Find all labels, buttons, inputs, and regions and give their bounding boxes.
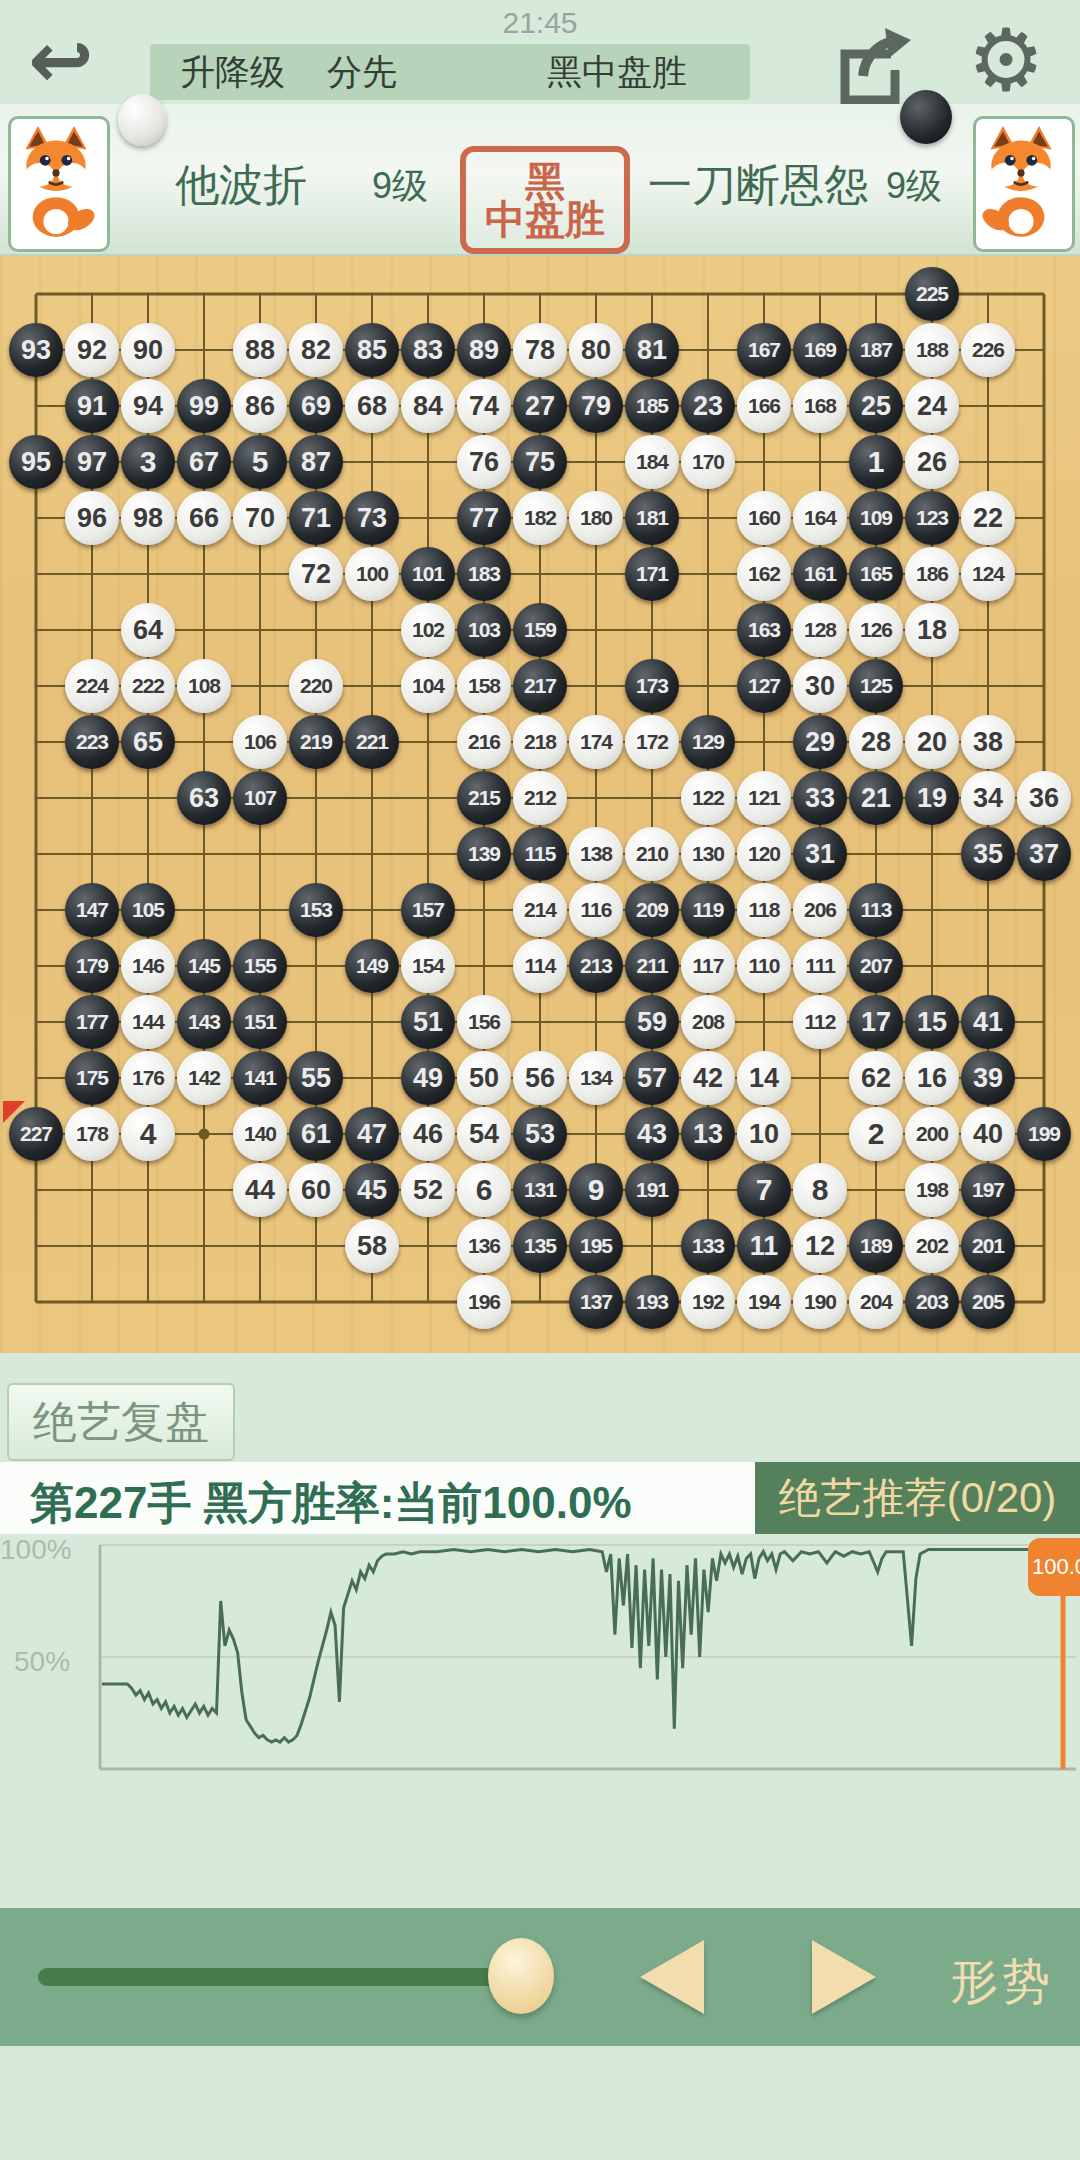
ytick-100: 100% — [0, 1534, 72, 1566]
go-stone: 4 — [121, 1107, 175, 1161]
go-stone: 100 — [345, 547, 399, 601]
result-stamp: 黑 中盘胜 — [460, 146, 630, 254]
go-stone: 11 — [737, 1219, 791, 1273]
go-stone: 195 — [569, 1219, 623, 1273]
go-stone: 156 — [457, 995, 511, 1049]
go-stone: 167 — [737, 323, 791, 377]
go-stone: 28 — [849, 715, 903, 769]
go-stone: 50 — [457, 1051, 511, 1105]
go-stone: 56 — [513, 1051, 567, 1105]
go-stone: 216 — [457, 715, 511, 769]
go-stone: 137 — [569, 1275, 623, 1329]
move-slider-track[interactable] — [38, 1968, 505, 1986]
game-info-strip: 升降级 分先 黑中盘胜 — [150, 44, 750, 100]
go-stone: 105 — [121, 883, 175, 937]
go-stone: 134 — [569, 1051, 623, 1105]
go-stone: 13 — [681, 1107, 735, 1161]
go-stone: 185 — [625, 379, 679, 433]
go-stone: 52 — [401, 1163, 455, 1217]
black-side-stone-icon — [900, 90, 952, 144]
go-stone: 63 — [177, 771, 231, 825]
back-arrow-icon: ↩ — [28, 16, 93, 104]
go-stone: 183 — [457, 547, 511, 601]
go-stone: 14 — [737, 1051, 791, 1105]
go-stone: 55 — [289, 1051, 343, 1105]
go-stone: 83 — [401, 323, 455, 377]
go-stone: 69 — [289, 379, 343, 433]
go-stone: 79 — [569, 379, 623, 433]
go-stone: 76 — [457, 435, 511, 489]
white-side-stone-icon — [118, 94, 166, 146]
go-stone: 219 — [289, 715, 343, 769]
go-stone: 59 — [625, 995, 679, 1049]
go-stone: 16 — [905, 1051, 959, 1105]
go-stone: 93 — [9, 323, 63, 377]
go-stone: 29 — [793, 715, 847, 769]
go-stone: 73 — [345, 491, 399, 545]
go-stone: 196 — [457, 1275, 511, 1329]
go-stone: 34 — [961, 771, 1015, 825]
go-stone: 223 — [65, 715, 119, 769]
go-stone: 17 — [849, 995, 903, 1049]
go-stone: 144 — [121, 995, 175, 1049]
go-stone: 155 — [233, 939, 287, 993]
go-stone: 220 — [289, 659, 343, 713]
go-stone: 176 — [121, 1051, 175, 1105]
go-stone: 182 — [513, 491, 567, 545]
black-player-rank: 9级 — [886, 162, 942, 211]
go-stone: 47 — [345, 1107, 399, 1161]
go-stone: 204 — [849, 1275, 903, 1329]
go-stone: 78 — [513, 323, 567, 377]
go-stone: 192 — [681, 1275, 735, 1329]
go-stone: 127 — [737, 659, 791, 713]
go-stone: 208 — [681, 995, 735, 1049]
go-stone: 3 — [121, 435, 175, 489]
go-stone: 124 — [961, 547, 1015, 601]
go-stone: 136 — [457, 1219, 511, 1273]
go-stone: 33 — [793, 771, 847, 825]
fox-avatar-icon — [976, 119, 1066, 243]
go-stone: 217 — [513, 659, 567, 713]
previous-move-button[interactable] — [640, 1940, 704, 2014]
go-stone: 174 — [569, 715, 623, 769]
ai-review-label: 绝艺复盘 — [33, 1393, 209, 1452]
go-stone: 57 — [625, 1051, 679, 1105]
go-stone: 8 — [793, 1163, 847, 1217]
go-stone: 212 — [513, 771, 567, 825]
ai-recommend-button[interactable]: 绝艺推荐(0/20) — [755, 1462, 1080, 1534]
go-stone: 207 — [849, 939, 903, 993]
go-stone: 43 — [625, 1107, 679, 1161]
go-stone: 151 — [233, 995, 287, 1049]
white-player-avatar[interactable] — [8, 116, 110, 252]
go-stone: 209 — [625, 883, 679, 937]
go-stone: 38 — [961, 715, 1015, 769]
go-stone: 85 — [345, 323, 399, 377]
playback-control-bar: 形势 — [0, 1908, 1080, 2046]
go-stone: 163 — [737, 603, 791, 657]
go-stone: 128 — [793, 603, 847, 657]
go-stone: 66 — [177, 491, 231, 545]
go-stone: 116 — [569, 883, 623, 937]
go-stone: 84 — [401, 379, 455, 433]
go-stone: 122 — [681, 771, 735, 825]
go-stone: 162 — [737, 547, 791, 601]
ytick-50: 50% — [14, 1646, 70, 1678]
go-stone: 131 — [513, 1163, 567, 1217]
go-stone: 190 — [793, 1275, 847, 1329]
go-stone: 54 — [457, 1107, 511, 1161]
go-stone: 72 — [289, 547, 343, 601]
next-move-button[interactable] — [812, 1940, 876, 2014]
winrate-chart: 100% 50% 100.0 — [0, 1530, 1080, 1830]
go-stone: 118 — [737, 883, 791, 937]
go-stone: 161 — [793, 547, 847, 601]
go-stone: 189 — [849, 1219, 903, 1273]
go-stone: 179 — [65, 939, 119, 993]
black-player-avatar[interactable] — [973, 116, 1075, 252]
go-stone: 213 — [569, 939, 623, 993]
go-stone: 1 — [849, 435, 903, 489]
stamp-line1: 黑 — [525, 161, 565, 201]
go-stone: 111 — [793, 939, 847, 993]
go-stone: 96 — [65, 491, 119, 545]
go-stone: 186 — [905, 547, 959, 601]
go-stone: 53 — [513, 1107, 567, 1161]
go-stone: 67 — [177, 435, 231, 489]
go-stone: 222 — [121, 659, 175, 713]
go-stone: 106 — [233, 715, 287, 769]
go-stone: 141 — [233, 1051, 287, 1105]
go-stone: 92 — [65, 323, 119, 377]
go-stone: 126 — [849, 603, 903, 657]
go-stone: 157 — [401, 883, 455, 937]
go-stone: 98 — [121, 491, 175, 545]
go-stone: 198 — [905, 1163, 959, 1217]
go-stone: 91 — [65, 379, 119, 433]
go-stone: 149 — [345, 939, 399, 993]
go-stone: 40 — [961, 1107, 1015, 1161]
go-stone: 210 — [625, 827, 679, 881]
go-stone: 143 — [177, 995, 231, 1049]
go-stone: 5 — [233, 435, 287, 489]
go-stone: 15 — [905, 995, 959, 1049]
go-stone: 135 — [513, 1219, 567, 1273]
go-stone: 71 — [289, 491, 343, 545]
go-stone: 193 — [625, 1275, 679, 1329]
go-stone: 218 — [513, 715, 567, 769]
ai-recommend-label: 绝艺推荐(0/20) — [779, 1470, 1057, 1526]
go-stone: 181 — [625, 491, 679, 545]
fox-avatar-icon — [11, 119, 101, 243]
go-stone: 215 — [457, 771, 511, 825]
go-stone: 77 — [457, 491, 511, 545]
go-stone: 125 — [849, 659, 903, 713]
go-stone: 41 — [961, 995, 1015, 1049]
go-stone: 7 — [737, 1163, 791, 1217]
go-stone: 129 — [681, 715, 735, 769]
go-stone: 139 — [457, 827, 511, 881]
result-label: 黑中盘胜 — [547, 49, 687, 96]
go-stone: 188 — [905, 323, 959, 377]
go-stone: 9 — [569, 1163, 623, 1217]
go-stone: 172 — [625, 715, 679, 769]
go-stone: 23 — [681, 379, 735, 433]
go-stone: 112 — [793, 995, 847, 1049]
go-stone: 227 — [9, 1107, 63, 1161]
go-stone: 99 — [177, 379, 231, 433]
go-stone: 75 — [513, 435, 567, 489]
app-screen: 21:45 ↩ 升降级 分先 黑中盘胜 ⚙ — [0, 0, 1080, 2160]
go-stone: 119 — [681, 883, 735, 937]
go-stone: 102 — [401, 603, 455, 657]
go-stone: 226 — [961, 323, 1015, 377]
go-stone: 178 — [65, 1107, 119, 1161]
go-stone: 225 — [905, 267, 959, 321]
last-move-marker — [3, 1101, 25, 1123]
go-stone: 31 — [793, 827, 847, 881]
go-stone: 21 — [849, 771, 903, 825]
go-stone: 46 — [401, 1107, 455, 1161]
go-stone: 81 — [625, 323, 679, 377]
go-stone: 45 — [345, 1163, 399, 1217]
go-stone: 164 — [793, 491, 847, 545]
go-stone: 109 — [849, 491, 903, 545]
match-type-label: 升降级 — [180, 49, 285, 96]
go-stone: 44 — [233, 1163, 287, 1217]
ai-review-button[interactable]: 绝艺复盘 — [7, 1383, 235, 1461]
go-stone: 142 — [177, 1051, 231, 1105]
go-stone: 25 — [849, 379, 903, 433]
go-stone: 49 — [401, 1051, 455, 1105]
go-stone: 108 — [177, 659, 231, 713]
go-stone: 169 — [793, 323, 847, 377]
back-button[interactable]: ↩ — [16, 18, 106, 102]
go-stone: 123 — [905, 491, 959, 545]
go-stone: 26 — [905, 435, 959, 489]
go-stone: 30 — [793, 659, 847, 713]
go-stone: 165 — [849, 547, 903, 601]
go-stone: 42 — [681, 1051, 735, 1105]
go-stone: 94 — [121, 379, 175, 433]
go-stone: 201 — [961, 1219, 1015, 1273]
go-stone: 166 — [737, 379, 791, 433]
go-stone: 80 — [569, 323, 623, 377]
go-stone: 20 — [905, 715, 959, 769]
go-stone: 114 — [513, 939, 567, 993]
go-stone: 12 — [793, 1219, 847, 1273]
go-stone: 107 — [233, 771, 287, 825]
go-stone: 206 — [793, 883, 847, 937]
go-stone: 146 — [121, 939, 175, 993]
go-stone: 35 — [961, 827, 1015, 881]
current-winrate-value: 100.0 — [1032, 1554, 1080, 1580]
go-stone: 171 — [625, 547, 679, 601]
go-stone: 10 — [737, 1107, 791, 1161]
go-stone: 58 — [345, 1219, 399, 1273]
share-button[interactable] — [833, 24, 913, 106]
status-bar-time: 21:45 — [0, 6, 1080, 40]
move-winrate-text: 第227手 黑方胜率:当前100.0% — [30, 1474, 632, 1533]
go-stone: 221 — [345, 715, 399, 769]
go-stone: 145 — [177, 939, 231, 993]
go-stone: 90 — [121, 323, 175, 377]
go-stone: 6 — [457, 1163, 511, 1217]
go-stone: 170 — [681, 435, 735, 489]
go-stone: 18 — [905, 603, 959, 657]
go-stone: 175 — [65, 1051, 119, 1105]
winrate-plot — [0, 1530, 1080, 1830]
go-stone: 138 — [569, 827, 623, 881]
go-stone: 120 — [737, 827, 791, 881]
go-stone: 82 — [289, 323, 343, 377]
go-stone: 199 — [1017, 1107, 1071, 1161]
go-stone: 39 — [961, 1051, 1015, 1105]
go-stone: 117 — [681, 939, 735, 993]
handicap-label: 分先 — [327, 49, 397, 96]
go-stone: 147 — [65, 883, 119, 937]
go-stone: 70 — [233, 491, 287, 545]
go-stone: 121 — [737, 771, 791, 825]
go-stone: 60 — [289, 1163, 343, 1217]
go-stone: 36 — [1017, 771, 1071, 825]
go-stone: 51 — [401, 995, 455, 1049]
go-stone: 184 — [625, 435, 679, 489]
stamp-line2: 中盘胜 — [485, 199, 605, 239]
go-stone: 130 — [681, 827, 735, 881]
go-stone: 97 — [65, 435, 119, 489]
share-icon — [833, 24, 913, 106]
settings-button[interactable]: ⚙ — [960, 12, 1052, 108]
go-stone: 22 — [961, 491, 1015, 545]
go-stone: 113 — [849, 883, 903, 937]
winrate-status-strip: 第227手 黑方胜率:当前100.0% 绝艺推荐(0/20) — [0, 1462, 1080, 1534]
move-slider-thumb[interactable] — [488, 1938, 554, 2014]
go-stone: 19 — [905, 771, 959, 825]
go-stone: 103 — [457, 603, 511, 657]
go-stone: 202 — [905, 1219, 959, 1273]
go-stone: 214 — [513, 883, 567, 937]
go-stone: 27 — [513, 379, 567, 433]
black-player-name: 一刀断恩怨 — [648, 156, 868, 215]
go-stone: 2 — [849, 1107, 903, 1161]
go-stone: 24 — [905, 379, 959, 433]
go-stone: 87 — [289, 435, 343, 489]
go-stone: 180 — [569, 491, 623, 545]
go-stone: 194 — [737, 1275, 791, 1329]
go-stone: 158 — [457, 659, 511, 713]
white-player-rank: 9级 — [372, 162, 428, 211]
go-stone: 205 — [961, 1275, 1015, 1329]
go-stone: 153 — [289, 883, 343, 937]
go-stone: 74 — [457, 379, 511, 433]
go-stone: 110 — [737, 939, 791, 993]
go-stone: 200 — [905, 1107, 959, 1161]
go-stone: 140 — [233, 1107, 287, 1161]
go-stone: 197 — [961, 1163, 1015, 1217]
go-stone: 37 — [1017, 827, 1071, 881]
go-stone: 173 — [625, 659, 679, 713]
go-stone: 133 — [681, 1219, 735, 1273]
go-stone: 115 — [513, 827, 567, 881]
go-stone: 104 — [401, 659, 455, 713]
go-stone: 211 — [625, 939, 679, 993]
go-stone: 224 — [65, 659, 119, 713]
gear-icon: ⚙ — [967, 12, 1044, 108]
go-stone: 160 — [737, 491, 791, 545]
go-stone: 62 — [849, 1051, 903, 1105]
go-stone: 191 — [625, 1163, 679, 1217]
go-stone: 65 — [121, 715, 175, 769]
go-stone: 203 — [905, 1275, 959, 1329]
go-stone: 88 — [233, 323, 287, 377]
go-stone: 68 — [345, 379, 399, 433]
go-stone: 159 — [513, 603, 567, 657]
go-stone: 64 — [121, 603, 175, 657]
go-stone: 86 — [233, 379, 287, 433]
player-bar: 他波折 9级 黑 中盘胜 一刀断恩怨 9级 — [0, 104, 1080, 256]
current-winrate-badge: 100.0 — [1028, 1538, 1080, 1596]
go-board[interactable]: 2259392908882858389788081167169187188226… — [0, 256, 1080, 1353]
go-stone: 177 — [65, 995, 119, 1049]
go-stone: 168 — [793, 379, 847, 433]
go-stone: 95 — [9, 435, 63, 489]
go-stone: 89 — [457, 323, 511, 377]
go-stone: 61 — [289, 1107, 343, 1161]
go-stone: 154 — [401, 939, 455, 993]
white-player-name: 他波折 — [175, 156, 307, 215]
go-stone: 187 — [849, 323, 903, 377]
go-stone: 101 — [401, 547, 455, 601]
territory-estimate-button[interactable]: 形势 — [950, 1950, 1054, 2014]
